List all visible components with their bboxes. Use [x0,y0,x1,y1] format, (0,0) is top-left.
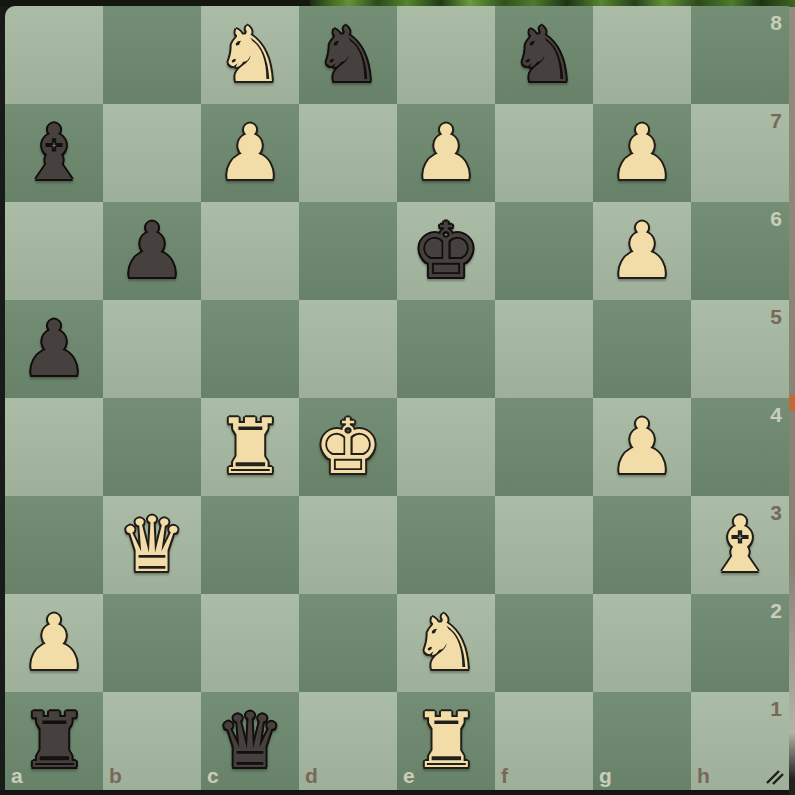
square-d6[interactable] [299,202,397,300]
square-e1[interactable]: ♜e [397,692,495,790]
square-c6[interactable] [201,202,299,300]
square-d1[interactable]: d [299,692,397,790]
square-d5[interactable] [299,300,397,398]
square-b6[interactable]: ♟ [103,202,201,300]
square-c2[interactable] [201,594,299,692]
square-a6[interactable] [5,202,103,300]
square-g2[interactable] [593,594,691,692]
page-background-bottom [0,790,789,795]
black-bishop-a7[interactable]: ♝ [20,115,88,191]
square-g7[interactable]: ♟ [593,104,691,202]
square-d8[interactable]: ♞ [299,6,397,104]
white-rook-c4[interactable]: ♜ [216,409,284,485]
square-h7[interactable]: 7 [691,104,789,202]
coord-rank-6: 6 [770,207,782,231]
square-f3[interactable] [495,496,593,594]
square-h4[interactable]: 4 [691,398,789,496]
square-c3[interactable] [201,496,299,594]
black-queen-c1[interactable]: ♛ [216,703,284,779]
square-b5[interactable] [103,300,201,398]
coord-file-f: f [501,764,508,788]
square-f2[interactable] [495,594,593,692]
square-b3[interactable]: ♛ [103,496,201,594]
coord-rank-7: 7 [770,109,782,133]
square-c7[interactable]: ♟ [201,104,299,202]
square-e3[interactable] [397,496,495,594]
square-h2[interactable]: 2 [691,594,789,692]
square-g1[interactable]: g [593,692,691,790]
coord-file-d: d [305,764,318,788]
white-pawn-g6[interactable]: ♟ [608,213,676,289]
black-knight-f8[interactable]: ♞ [510,17,578,93]
square-c1[interactable]: ♛c [201,692,299,790]
white-pawn-e7[interactable]: ♟ [412,115,480,191]
coord-rank-8: 8 [770,11,782,35]
square-g8[interactable] [593,6,691,104]
square-a8[interactable] [5,6,103,104]
orange-patch [789,395,795,411]
white-pawn-g4[interactable]: ♟ [608,409,676,485]
square-g3[interactable] [593,496,691,594]
square-g5[interactable] [593,300,691,398]
square-c5[interactable] [201,300,299,398]
square-e6[interactable]: ♚ [397,202,495,300]
coord-file-g: g [599,764,612,788]
coord-rank-2: 2 [770,599,782,623]
white-pawn-c7[interactable]: ♟ [216,115,284,191]
square-e2[interactable]: ♞ [397,594,495,692]
square-h3[interactable]: ♝3 [691,496,789,594]
black-pawn-a5[interactable]: ♟ [20,311,88,387]
square-a1[interactable]: ♜a [5,692,103,790]
white-knight-c8[interactable]: ♞ [216,17,284,93]
coord-rank-5: 5 [770,305,782,329]
white-pawn-a2[interactable]: ♟ [20,605,88,681]
white-bishop-h3[interactable]: ♝ [706,507,774,583]
white-king-d4[interactable]: ♚ [314,409,382,485]
resize-handle-icon[interactable] [764,765,786,787]
square-e5[interactable] [397,300,495,398]
square-b7[interactable] [103,104,201,202]
square-a2[interactable]: ♟ [5,594,103,692]
square-b2[interactable] [103,594,201,692]
white-pawn-g7[interactable]: ♟ [608,115,676,191]
square-d7[interactable] [299,104,397,202]
black-king-e6[interactable]: ♚ [412,213,480,289]
square-f1[interactable]: f [495,692,593,790]
square-g4[interactable]: ♟ [593,398,691,496]
square-g6[interactable]: ♟ [593,202,691,300]
square-c4[interactable]: ♜ [201,398,299,496]
white-rook-e1[interactable]: ♜ [412,703,480,779]
square-c8[interactable]: ♞ [201,6,299,104]
coord-rank-1: 1 [770,697,782,721]
chess-board[interactable]: ♞♞♞8♝♟♟♟7♟♚♟6♟5♜♚♟4♛♝3♟♞2♜ab♛cd♜efg1h [5,6,789,790]
white-queen-b3[interactable]: ♛ [118,507,186,583]
square-b4[interactable] [103,398,201,496]
square-h5[interactable]: 5 [691,300,789,398]
square-h1[interactable]: 1h [691,692,789,790]
coord-file-b: b [109,764,122,788]
black-pawn-b6[interactable]: ♟ [118,213,186,289]
black-knight-d8[interactable]: ♞ [314,17,382,93]
square-f7[interactable] [495,104,593,202]
white-knight-e2[interactable]: ♞ [412,605,480,681]
page: ♞♞♞8♝♟♟♟7♟♚♟6♟5♜♚♟4♛♝3♟♞2♜ab♛cd♜efg1h [0,0,795,795]
square-e4[interactable] [397,398,495,496]
coord-rank-4: 4 [770,403,782,427]
square-f5[interactable] [495,300,593,398]
coord-file-h: h [697,764,710,788]
square-a3[interactable] [5,496,103,594]
square-d2[interactable] [299,594,397,692]
square-d4[interactable]: ♚ [299,398,397,496]
square-a4[interactable] [5,398,103,496]
square-e7[interactable]: ♟ [397,104,495,202]
square-a5[interactable]: ♟ [5,300,103,398]
square-h8[interactable]: 8 [691,6,789,104]
square-e8[interactable] [397,6,495,104]
square-b1[interactable]: b [103,692,201,790]
square-b8[interactable] [103,6,201,104]
square-f4[interactable] [495,398,593,496]
square-a7[interactable]: ♝ [5,104,103,202]
square-h6[interactable]: 6 [691,202,789,300]
square-f6[interactable] [495,202,593,300]
square-d3[interactable] [299,496,397,594]
square-f8[interactable]: ♞ [495,6,593,104]
black-rook-a1[interactable]: ♜ [20,703,88,779]
